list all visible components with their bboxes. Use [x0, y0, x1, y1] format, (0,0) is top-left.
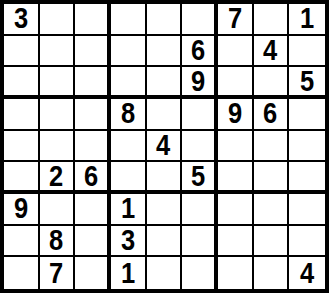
given-digit: 9: [191, 67, 205, 95]
cell-r3c7[interactable]: [218, 67, 254, 99]
cell-r6c6[interactable]: 5: [182, 162, 218, 194]
cell-r2c9[interactable]: [289, 36, 325, 68]
cell-r1c7[interactable]: 7: [218, 4, 254, 36]
cell-r6c7[interactable]: [218, 162, 254, 194]
cell-r2c3[interactable]: [75, 36, 111, 68]
given-digit: 5: [300, 67, 314, 95]
given-digit: 7: [228, 4, 242, 33]
cell-r7c1[interactable]: 9: [4, 194, 40, 226]
cell-r5c4[interactable]: [111, 131, 147, 163]
cell-r3c5[interactable]: [147, 67, 183, 99]
cell-r1c3[interactable]: [75, 4, 111, 36]
cell-r4c6[interactable]: [182, 99, 218, 131]
cell-r9c4[interactable]: 1: [111, 257, 147, 289]
cell-r9c8[interactable]: [254, 257, 290, 289]
given-digit: 6: [191, 36, 205, 65]
cell-r1c8[interactable]: [254, 4, 290, 36]
given-digit: 4: [300, 259, 314, 288]
cell-r2c6[interactable]: 6: [182, 36, 218, 68]
cell-r5c1[interactable]: [4, 131, 40, 163]
given-digit: 1: [121, 259, 135, 288]
cell-r6c2[interactable]: 2: [40, 162, 76, 194]
given-digit: 5: [191, 162, 205, 190]
cell-r9c9[interactable]: 4: [289, 257, 325, 289]
cell-r1c4[interactable]: [111, 4, 147, 36]
cell-r1c5[interactable]: [147, 4, 183, 36]
given-digit: 6: [263, 99, 277, 128]
cell-r2c8[interactable]: 4: [254, 36, 290, 68]
cell-r4c1[interactable]: [4, 99, 40, 131]
given-digit: 1: [300, 4, 314, 33]
cell-r3c8[interactable]: [254, 67, 290, 99]
cell-r8c5[interactable]: [147, 226, 183, 258]
cell-r4c7[interactable]: 9: [218, 99, 254, 131]
cell-r9c1[interactable]: [4, 257, 40, 289]
cell-r8c6[interactable]: [182, 226, 218, 258]
cell-r9c6[interactable]: [182, 257, 218, 289]
cell-r1c6[interactable]: [182, 4, 218, 36]
given-digit: 4: [156, 131, 170, 160]
cell-r8c4[interactable]: 3: [111, 226, 147, 258]
given-digit: 2: [49, 162, 63, 190]
cell-r1c2[interactable]: [40, 4, 76, 36]
cell-r5c2[interactable]: [40, 131, 76, 163]
given-digit: 9: [228, 99, 242, 128]
given-digit: 1: [121, 194, 135, 223]
cell-r7c6[interactable]: [182, 194, 218, 226]
cell-r5c7[interactable]: [218, 131, 254, 163]
cell-r5c8[interactable]: [254, 131, 290, 163]
given-digit: 6: [84, 162, 98, 190]
cell-r6c1[interactable]: [4, 162, 40, 194]
given-digit: 3: [121, 226, 135, 255]
cell-r3c1[interactable]: [4, 67, 40, 99]
cell-r3c3[interactable]: [75, 67, 111, 99]
cell-r8c9[interactable]: [289, 226, 325, 258]
cell-r2c5[interactable]: [147, 36, 183, 68]
cell-r9c7[interactable]: [218, 257, 254, 289]
cell-r1c9[interactable]: 1: [289, 4, 325, 36]
cell-r7c2[interactable]: [40, 194, 76, 226]
cell-r5c5[interactable]: 4: [147, 131, 183, 163]
cell-r8c7[interactable]: [218, 226, 254, 258]
cell-r7c4[interactable]: 1: [111, 194, 147, 226]
cell-r8c1[interactable]: [4, 226, 40, 258]
cell-r7c7[interactable]: [218, 194, 254, 226]
given-digit: 7: [49, 259, 63, 288]
given-digit: 4: [263, 36, 277, 65]
cell-r4c2[interactable]: [40, 99, 76, 131]
given-digit: 8: [121, 99, 135, 128]
given-digit: 8: [49, 226, 63, 255]
cell-r8c2[interactable]: 8: [40, 226, 76, 258]
cell-r9c3[interactable]: [75, 257, 111, 289]
cell-r4c8[interactable]: 6: [254, 99, 290, 131]
cell-r8c8[interactable]: [254, 226, 290, 258]
cell-r7c5[interactable]: [147, 194, 183, 226]
cell-r2c7[interactable]: [218, 36, 254, 68]
cell-r4c9[interactable]: [289, 99, 325, 131]
cell-r3c2[interactable]: [40, 67, 76, 99]
cell-r5c9[interactable]: [289, 131, 325, 163]
cell-r7c9[interactable]: [289, 194, 325, 226]
cell-r3c6[interactable]: 9: [182, 67, 218, 99]
cell-r4c4[interactable]: 8: [111, 99, 147, 131]
cell-r7c8[interactable]: [254, 194, 290, 226]
cell-r8c3[interactable]: [75, 226, 111, 258]
cell-r9c5[interactable]: [147, 257, 183, 289]
cell-r6c9[interactable]: [289, 162, 325, 194]
sudoku-board: 371649589642659183714: [0, 0, 329, 293]
cell-r5c3[interactable]: [75, 131, 111, 163]
cell-r4c3[interactable]: [75, 99, 111, 131]
cell-r2c1[interactable]: [4, 36, 40, 68]
cell-r3c9[interactable]: 5: [289, 67, 325, 99]
cell-r6c5[interactable]: [147, 162, 183, 194]
cell-r6c3[interactable]: 6: [75, 162, 111, 194]
cell-r7c3[interactable]: [75, 194, 111, 226]
given-digit: 3: [14, 4, 28, 33]
cell-r4c5[interactable]: [147, 99, 183, 131]
cell-r3c4[interactable]: [111, 67, 147, 99]
cell-r9c2[interactable]: 7: [40, 257, 76, 289]
cell-r6c4[interactable]: [111, 162, 147, 194]
cell-r6c8[interactable]: [254, 162, 290, 194]
cell-r2c2[interactable]: [40, 36, 76, 68]
given-digit: 9: [14, 194, 28, 223]
cell-r5c6[interactable]: [182, 131, 218, 163]
cell-r2c4[interactable]: [111, 36, 147, 68]
cell-r1c1[interactable]: 3: [4, 4, 40, 36]
